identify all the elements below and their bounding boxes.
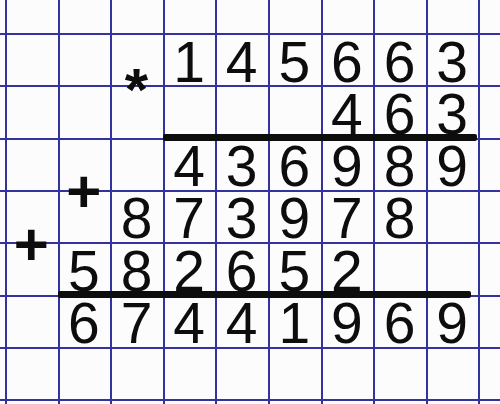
plus-sign-bottom-glyph: + <box>14 210 49 279</box>
partial-product-2-digit-cell: 7 <box>163 190 216 242</box>
digit: 6 <box>384 91 416 138</box>
multiply-sign-glyph: * <box>125 55 148 124</box>
digit: 3 <box>226 143 258 190</box>
digit: 6 <box>226 248 258 295</box>
digit: 9 <box>278 195 310 242</box>
digit: 4 <box>226 300 258 347</box>
digit: 1 <box>173 39 205 86</box>
plus-sign-top: + <box>57 165 111 219</box>
partial-product-1-digit-cell: 9 <box>321 138 374 190</box>
digit: 3 <box>436 39 468 86</box>
partial-product-2-digit-cell: 8 <box>110 190 163 242</box>
partial-product-1-digit-cell: 4 <box>163 138 216 190</box>
digit: 8 <box>121 248 153 295</box>
partial-product-1-digit-cell: 8 <box>373 138 426 190</box>
partial-product-3-digit-cell: 6 <box>215 242 268 294</box>
digit: 4 <box>173 300 205 347</box>
product-row-digit-cell: 6 <box>58 295 111 347</box>
product-row-digit-cell: 4 <box>215 295 268 347</box>
partial-product-3-digit-cell: 2 <box>321 242 374 294</box>
digit: 6 <box>278 143 310 190</box>
digit: 7 <box>331 195 363 242</box>
partial-product-1-digit-cell: 6 <box>268 138 321 190</box>
multiplier-row-digit-cell: 4 <box>321 85 374 137</box>
digit: 6 <box>384 39 416 86</box>
multiplicand-row-digit-cell: 6 <box>321 33 374 85</box>
digit: 2 <box>173 248 205 295</box>
digit: 3 <box>436 91 468 138</box>
partial-product-2-digit-cell: 3 <box>215 190 268 242</box>
partial-product-2-digit-cell: 7 <box>321 190 374 242</box>
digit: 6 <box>384 300 416 347</box>
multiplier-row-digit-cell: 3 <box>426 85 479 137</box>
partial-product-1-digit-cell: 3 <box>215 138 268 190</box>
multiplicand-row-digit-cell: 5 <box>268 33 321 85</box>
digit: 8 <box>384 143 416 190</box>
digit: 1 <box>278 300 310 347</box>
multiplication-rule-line <box>163 134 478 141</box>
squared-paper: 14566346343698987397858265267441969*++ <box>0 0 500 404</box>
digit: 7 <box>173 195 205 242</box>
digit: 3 <box>226 195 258 242</box>
product-row-digit-cell: 7 <box>110 295 163 347</box>
digit: 6 <box>331 39 363 86</box>
digit: 2 <box>331 248 363 295</box>
multiplicand-row-digit-cell: 1 <box>163 33 216 85</box>
product-row-digit-cell: 9 <box>426 295 479 347</box>
multiplicand-row-digit-cell: 4 <box>215 33 268 85</box>
digit: 8 <box>384 195 416 242</box>
partial-product-3-digit-cell: 2 <box>163 242 216 294</box>
digit: 4 <box>226 39 258 86</box>
multiply-sign: * <box>110 52 164 106</box>
product-row-digit-cell: 4 <box>163 295 216 347</box>
digit: 8 <box>121 195 153 242</box>
partial-product-3-digit-cell: 5 <box>58 242 111 294</box>
digit: 6 <box>68 300 100 347</box>
product-row-digit-cell: 6 <box>373 295 426 347</box>
plus-sign-bottom: + <box>4 217 58 271</box>
multiplier-row-digit-cell: 6 <box>373 85 426 137</box>
digit: 9 <box>331 143 363 190</box>
multiplicand-row-digit-cell: 3 <box>426 33 479 85</box>
digit: 5 <box>278 39 310 86</box>
digit: 5 <box>68 248 100 295</box>
partial-product-3-digit-cell: 5 <box>268 242 321 294</box>
digit: 9 <box>436 143 468 190</box>
product-row-digit-cell: 9 <box>321 295 374 347</box>
partial-product-2-digit-cell: 9 <box>268 190 321 242</box>
partial-product-3-digit-cell: 8 <box>110 242 163 294</box>
product-row-digit-cell: 1 <box>268 295 321 347</box>
partial-product-2-digit-cell: 8 <box>373 190 426 242</box>
plus-sign-top-glyph: + <box>66 157 101 226</box>
digit: 4 <box>173 143 205 190</box>
digit: 7 <box>121 300 153 347</box>
partial-product-1-digit-cell: 9 <box>426 138 479 190</box>
digit: 4 <box>331 91 363 138</box>
digit: 5 <box>278 248 310 295</box>
digit: 9 <box>436 300 468 347</box>
multiplicand-row-digit-cell: 6 <box>373 33 426 85</box>
digit: 9 <box>331 300 363 347</box>
addition-rule-line <box>58 291 472 298</box>
